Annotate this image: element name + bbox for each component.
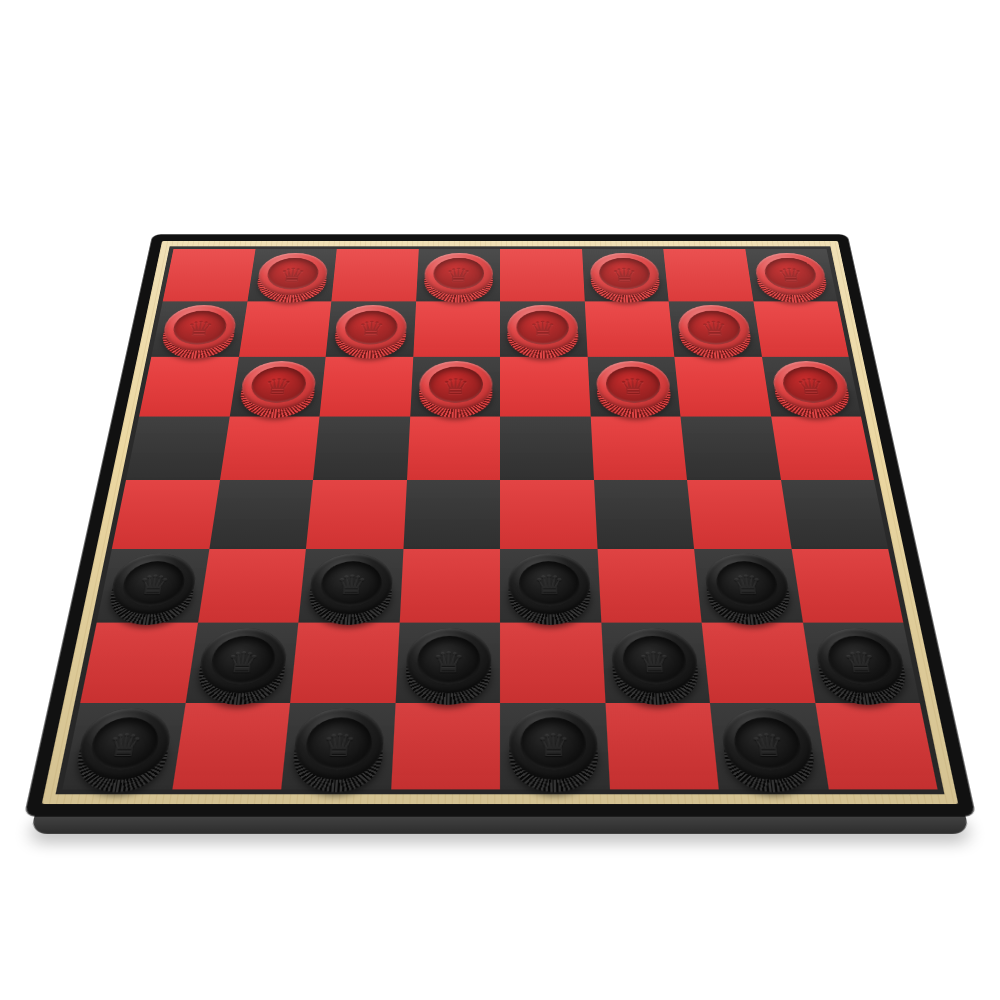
board-square-light (590, 416, 687, 480)
piece-face: ♛ (770, 361, 851, 410)
board-square-dark[interactable]: ♛ (410, 357, 500, 416)
board-square-dark[interactable]: ♛ (416, 249, 500, 301)
black-checker-piece[interactable]: ♛ (509, 554, 592, 615)
board-square-light (584, 301, 674, 357)
crown-emboss-icon: ♛ (509, 555, 592, 616)
board-square-dark[interactable]: ♛ (281, 703, 395, 790)
red-checker-piece[interactable]: ♛ (334, 305, 408, 351)
black-checker-piece[interactable]: ♛ (509, 708, 599, 779)
board-square-light (663, 249, 753, 301)
crown-emboss-icon: ♛ (753, 254, 829, 297)
black-checker-piece[interactable]: ♛ (812, 628, 908, 693)
piece-face: ♛ (405, 628, 491, 693)
board-square-dark[interactable]: ♛ (298, 549, 403, 623)
board-square-dark[interactable] (500, 416, 594, 480)
piece-face: ♛ (589, 253, 660, 296)
board-square-dark[interactable]: ♛ (97, 549, 209, 623)
black-checker-piece[interactable]: ♛ (196, 628, 289, 693)
board-square-dark[interactable]: ♛ (500, 703, 609, 790)
black-checker-piece[interactable]: ♛ (292, 708, 385, 779)
piece-face: ♛ (160, 305, 238, 351)
crown-emboss-icon: ♛ (770, 362, 851, 411)
board-square-dark[interactable]: ♛ (500, 549, 601, 623)
crown-emboss-icon: ♛ (418, 362, 492, 411)
piece-face: ♛ (107, 554, 199, 615)
board-square-dark[interactable] (781, 480, 889, 549)
checkers-board: ♛♛♛♛♛♛♛♛♛♛♛♛♛♛♛♛♛♛♛♛♛♛♛♛ (25, 235, 975, 816)
board-square-light (500, 623, 605, 703)
board-square-dark[interactable] (680, 416, 780, 480)
piece-face: ♛ (334, 305, 408, 351)
crown-emboss-icon: ♛ (677, 306, 753, 352)
board-square-light (238, 301, 331, 357)
red-checker-piece[interactable]: ♛ (753, 253, 829, 296)
board-square-dark[interactable]: ♛ (185, 623, 298, 703)
crown-emboss-icon: ♛ (720, 710, 817, 781)
board-square-dark[interactable] (594, 480, 695, 549)
board-square-light (306, 480, 407, 549)
piece-face: ♛ (424, 253, 493, 296)
piece-face: ♛ (720, 708, 817, 779)
piece-face: ♛ (308, 554, 394, 615)
crown-emboss-icon: ♛ (238, 362, 317, 411)
board-square-light (320, 357, 413, 416)
board-square-dark[interactable]: ♛ (229, 357, 325, 416)
board-square-light (198, 549, 306, 623)
board-square-light (500, 249, 584, 301)
crown-emboss-icon: ♛ (703, 555, 792, 616)
board-square-light (399, 549, 500, 623)
board-square-light (407, 416, 501, 480)
piece-face: ♛ (256, 253, 329, 296)
board-square-light (605, 703, 719, 790)
board-square-dark[interactable]: ♛ (762, 357, 861, 416)
crown-emboss-icon: ♛ (308, 555, 394, 616)
piece-face: ♛ (238, 361, 317, 410)
red-checker-piece[interactable]: ♛ (418, 361, 492, 410)
board-square-light (172, 703, 290, 790)
red-checker-piece[interactable]: ♛ (770, 361, 851, 410)
crown-emboss-icon: ♛ (196, 630, 289, 696)
board-square-dark[interactable]: ♛ (326, 301, 416, 357)
board-square-light (163, 249, 255, 301)
board-square-dark[interactable]: ♛ (151, 301, 247, 357)
board-square-light (220, 416, 320, 480)
black-checker-piece[interactable]: ♛ (720, 708, 817, 779)
red-checker-piece[interactable]: ♛ (677, 305, 753, 351)
board-trim: ♛♛♛♛♛♛♛♛♛♛♛♛♛♛♛♛♛♛♛♛♛♛♛♛ (42, 241, 959, 804)
board-square-light (771, 416, 874, 480)
board-square-dark[interactable] (313, 416, 410, 480)
board-square-light (331, 249, 418, 301)
board-square-light (597, 549, 702, 623)
red-checker-piece[interactable]: ♛ (508, 305, 579, 351)
piece-face: ♛ (509, 554, 592, 615)
board-square-light (687, 480, 791, 549)
board-square-light (139, 357, 238, 416)
piece-face: ♛ (703, 554, 792, 615)
piece-face: ♛ (418, 361, 492, 410)
board-square-dark[interactable]: ♛ (587, 357, 680, 416)
crown-emboss-icon: ♛ (292, 710, 385, 781)
crown-emboss-icon: ♛ (107, 555, 199, 616)
crown-emboss-icon: ♛ (334, 306, 408, 352)
red-checker-piece[interactable]: ♛ (595, 361, 671, 410)
product-screenshot: ♛♛♛♛♛♛♛♛♛♛♛♛♛♛♛♛♛♛♛♛♛♛♛♛ (0, 0, 1000, 1000)
red-checker-piece[interactable]: ♛ (424, 253, 493, 296)
board-square-light (702, 623, 815, 703)
crown-emboss-icon: ♛ (405, 630, 491, 696)
crown-emboss-icon: ♛ (160, 306, 238, 352)
crown-emboss-icon: ♛ (813, 630, 909, 696)
board-square-light (753, 301, 849, 357)
red-checker-piece[interactable]: ♛ (238, 361, 317, 410)
board-square-light (413, 301, 500, 357)
crown-emboss-icon: ♛ (74, 710, 175, 781)
crown-emboss-icon: ♛ (595, 362, 671, 411)
piece-face: ♛ (509, 708, 599, 779)
piece-face: ♛ (74, 708, 175, 779)
crown-emboss-icon: ♛ (509, 710, 599, 781)
board-square-dark[interactable]: ♛ (247, 249, 337, 301)
piece-face: ♛ (508, 305, 579, 351)
piece-face: ♛ (677, 305, 753, 351)
board-square-light (391, 703, 500, 790)
board-square-dark[interactable]: ♛ (745, 249, 837, 301)
board-square-dark[interactable]: ♛ (582, 249, 669, 301)
board-scene: ♛♛♛♛♛♛♛♛♛♛♛♛♛♛♛♛♛♛♛♛♛♛♛♛ (0, 0, 1000, 1000)
board-square-light (112, 480, 220, 549)
red-checker-piece[interactable]: ♛ (160, 305, 238, 351)
play-area: ♛♛♛♛♛♛♛♛♛♛♛♛♛♛♛♛♛♛♛♛♛♛♛♛ (56, 246, 945, 794)
board-square-light (674, 357, 770, 416)
piece-face: ♛ (595, 361, 671, 410)
piece-face: ♛ (812, 628, 908, 693)
board-square-light (80, 623, 197, 703)
piece-face: ♛ (196, 628, 289, 693)
board-square-dark[interactable] (209, 480, 313, 549)
piece-face: ♛ (292, 708, 385, 779)
piece-face: ♛ (753, 253, 829, 296)
board-frame: ♛♛♛♛♛♛♛♛♛♛♛♛♛♛♛♛♛♛♛♛♛♛♛♛ (25, 235, 975, 816)
board-square-light (290, 623, 399, 703)
board-square-dark[interactable]: ♛ (710, 703, 828, 790)
board-square-light (815, 703, 938, 790)
board-square-dark[interactable]: ♛ (694, 549, 802, 623)
red-checker-piece[interactable]: ♛ (256, 253, 329, 296)
red-checker-piece[interactable]: ♛ (589, 253, 660, 296)
board-square-dark[interactable]: ♛ (601, 623, 710, 703)
board-square-dark[interactable]: ♛ (802, 623, 919, 703)
piece-face: ♛ (610, 628, 699, 693)
crown-emboss-icon: ♛ (423, 254, 492, 297)
board-square-light (791, 549, 903, 623)
board-square-dark[interactable]: ♛ (669, 301, 762, 357)
crown-emboss-icon: ♛ (508, 306, 579, 352)
black-checker-piece[interactable]: ♛ (74, 708, 175, 779)
board-square-dark[interactable]: ♛ (395, 623, 500, 703)
board-square-dark[interactable] (126, 416, 229, 480)
black-checker-piece[interactable]: ♛ (308, 554, 394, 615)
board-square-light (500, 480, 597, 549)
black-checker-piece[interactable]: ♛ (703, 554, 792, 615)
black-checker-piece[interactable]: ♛ (405, 628, 491, 693)
board-square-light (500, 357, 590, 416)
crown-emboss-icon: ♛ (255, 254, 329, 297)
crown-emboss-icon: ♛ (610, 630, 699, 696)
crown-emboss-icon: ♛ (589, 254, 660, 297)
board-square-dark[interactable]: ♛ (62, 703, 185, 790)
black-checker-piece[interactable]: ♛ (610, 628, 699, 693)
black-checker-piece[interactable]: ♛ (107, 554, 199, 615)
board-square-dark[interactable] (403, 480, 500, 549)
board-square-dark[interactable]: ♛ (500, 301, 587, 357)
